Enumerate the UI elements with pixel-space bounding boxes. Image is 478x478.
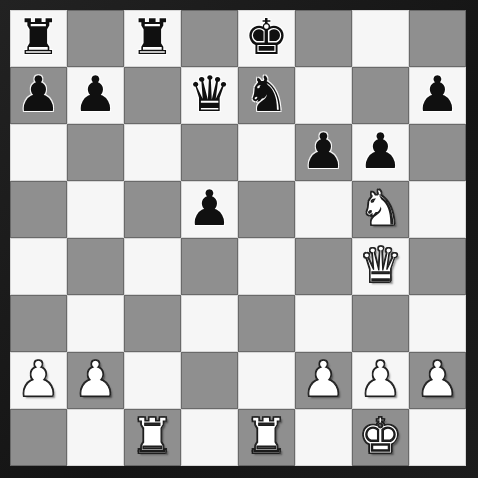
square-e7[interactable]: ♞ bbox=[238, 67, 295, 124]
square-f1[interactable] bbox=[295, 409, 352, 466]
piece-black-king[interactable]: ♚ bbox=[245, 10, 289, 66]
square-e3[interactable] bbox=[238, 295, 295, 352]
square-e8[interactable]: ♚ bbox=[238, 10, 295, 67]
square-d4[interactable] bbox=[181, 238, 238, 295]
square-g2[interactable]: ♟ bbox=[352, 352, 409, 409]
piece-white-pawn[interactable]: ♟ bbox=[74, 352, 118, 408]
square-c2[interactable] bbox=[124, 352, 181, 409]
piece-white-knight[interactable]: ♞ bbox=[359, 181, 403, 237]
piece-white-pawn[interactable]: ♟ bbox=[17, 352, 61, 408]
square-f7[interactable] bbox=[295, 67, 352, 124]
piece-black-pawn[interactable]: ♟ bbox=[17, 67, 61, 123]
piece-white-rook[interactable]: ♜ bbox=[131, 409, 175, 465]
square-h4[interactable] bbox=[409, 238, 466, 295]
piece-black-pawn[interactable]: ♟ bbox=[188, 181, 232, 237]
square-a6[interactable] bbox=[10, 124, 67, 181]
piece-black-pawn[interactable]: ♟ bbox=[74, 67, 118, 123]
square-c3[interactable] bbox=[124, 295, 181, 352]
chess-board: ♜♜♚♟♟♛♞♟♟♟♟♞♛♟♟♟♟♟♜♜♚ bbox=[10, 10, 466, 466]
square-b3[interactable] bbox=[67, 295, 124, 352]
square-b2[interactable]: ♟ bbox=[67, 352, 124, 409]
square-g3[interactable] bbox=[352, 295, 409, 352]
square-c8[interactable]: ♜ bbox=[124, 10, 181, 67]
square-a7[interactable]: ♟ bbox=[10, 67, 67, 124]
square-f2[interactable]: ♟ bbox=[295, 352, 352, 409]
piece-black-pawn[interactable]: ♟ bbox=[302, 124, 346, 180]
board-frame: ♜♜♚♟♟♛♞♟♟♟♟♞♛♟♟♟♟♟♜♜♚ bbox=[0, 0, 478, 478]
piece-black-pawn[interactable]: ♟ bbox=[416, 67, 460, 123]
piece-white-queen[interactable]: ♛ bbox=[359, 238, 403, 294]
square-c5[interactable] bbox=[124, 181, 181, 238]
square-e6[interactable] bbox=[238, 124, 295, 181]
square-b8[interactable] bbox=[67, 10, 124, 67]
square-h3[interactable] bbox=[409, 295, 466, 352]
square-h7[interactable]: ♟ bbox=[409, 67, 466, 124]
piece-white-pawn[interactable]: ♟ bbox=[416, 352, 460, 408]
square-a2[interactable]: ♟ bbox=[10, 352, 67, 409]
piece-black-rook[interactable]: ♜ bbox=[131, 10, 175, 66]
square-a8[interactable]: ♜ bbox=[10, 10, 67, 67]
piece-black-queen[interactable]: ♛ bbox=[188, 67, 232, 123]
square-h8[interactable] bbox=[409, 10, 466, 67]
square-e4[interactable] bbox=[238, 238, 295, 295]
square-f6[interactable]: ♟ bbox=[295, 124, 352, 181]
square-d2[interactable] bbox=[181, 352, 238, 409]
piece-white-pawn[interactable]: ♟ bbox=[302, 352, 346, 408]
square-f3[interactable] bbox=[295, 295, 352, 352]
square-f8[interactable] bbox=[295, 10, 352, 67]
square-g8[interactable] bbox=[352, 10, 409, 67]
square-h1[interactable] bbox=[409, 409, 466, 466]
square-e2[interactable] bbox=[238, 352, 295, 409]
square-d1[interactable] bbox=[181, 409, 238, 466]
square-c1[interactable]: ♜ bbox=[124, 409, 181, 466]
square-d6[interactable] bbox=[181, 124, 238, 181]
piece-black-pawn[interactable]: ♟ bbox=[359, 124, 403, 180]
square-g6[interactable]: ♟ bbox=[352, 124, 409, 181]
square-b4[interactable] bbox=[67, 238, 124, 295]
piece-black-knight[interactable]: ♞ bbox=[245, 67, 289, 123]
square-b1[interactable] bbox=[67, 409, 124, 466]
square-a4[interactable] bbox=[10, 238, 67, 295]
square-b7[interactable]: ♟ bbox=[67, 67, 124, 124]
square-e5[interactable] bbox=[238, 181, 295, 238]
square-h2[interactable]: ♟ bbox=[409, 352, 466, 409]
piece-white-king[interactable]: ♚ bbox=[359, 409, 403, 465]
square-h6[interactable] bbox=[409, 124, 466, 181]
square-h5[interactable] bbox=[409, 181, 466, 238]
square-d5[interactable]: ♟ bbox=[181, 181, 238, 238]
piece-black-rook[interactable]: ♜ bbox=[17, 10, 61, 66]
square-d3[interactable] bbox=[181, 295, 238, 352]
square-g1[interactable]: ♚ bbox=[352, 409, 409, 466]
piece-white-pawn[interactable]: ♟ bbox=[359, 352, 403, 408]
square-e1[interactable]: ♜ bbox=[238, 409, 295, 466]
square-c7[interactable] bbox=[124, 67, 181, 124]
square-c4[interactable] bbox=[124, 238, 181, 295]
square-f5[interactable] bbox=[295, 181, 352, 238]
square-f4[interactable] bbox=[295, 238, 352, 295]
square-d8[interactable] bbox=[181, 10, 238, 67]
square-g7[interactable] bbox=[352, 67, 409, 124]
square-a5[interactable] bbox=[10, 181, 67, 238]
square-g4[interactable]: ♛ bbox=[352, 238, 409, 295]
square-a1[interactable] bbox=[10, 409, 67, 466]
square-a3[interactable] bbox=[10, 295, 67, 352]
square-d7[interactable]: ♛ bbox=[181, 67, 238, 124]
square-c6[interactable] bbox=[124, 124, 181, 181]
square-g5[interactable]: ♞ bbox=[352, 181, 409, 238]
square-b5[interactable] bbox=[67, 181, 124, 238]
piece-white-rook[interactable]: ♜ bbox=[245, 409, 289, 465]
square-b6[interactable] bbox=[67, 124, 124, 181]
